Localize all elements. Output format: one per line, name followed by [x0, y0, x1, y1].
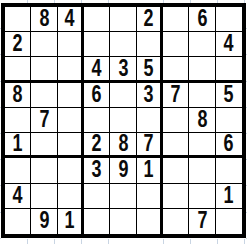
cell-r5c7[interactable] [163, 108, 189, 133]
cell-r2c4[interactable] [84, 32, 110, 57]
cell-r8c1[interactable]: 4 [5, 184, 31, 209]
cell-r4c3[interactable] [58, 83, 84, 108]
cell-r5c9[interactable] [216, 108, 242, 133]
cell-r6c7[interactable] [163, 133, 189, 158]
sudoku-screenshot: 84262443586375781287639141917 [0, 0, 247, 244]
cell-r6c6[interactable]: 7 [137, 133, 163, 158]
cell-r9c8[interactable]: 7 [189, 209, 215, 234]
given-digit: 1 [224, 184, 234, 208]
cell-r1c7[interactable] [163, 7, 189, 32]
cell-r2c3[interactable] [58, 32, 84, 57]
cell-r9c5[interactable] [110, 209, 136, 234]
cell-r8c2[interactable] [31, 184, 57, 209]
cell-r5c6[interactable] [137, 108, 163, 133]
given-digit: 8 [118, 133, 128, 156]
sudoku-board: 84262443586375781287639141917 [1, 3, 246, 238]
given-digit: 4 [13, 184, 23, 208]
given-digit: 3 [143, 83, 153, 107]
cell-r4c5[interactable] [110, 83, 136, 108]
cell-r4c8[interactable] [189, 83, 215, 108]
cell-r8c3[interactable] [58, 184, 84, 209]
given-digit: 4 [92, 57, 102, 80]
cell-r3c2[interactable] [31, 57, 57, 82]
cell-r2c9[interactable]: 4 [216, 32, 242, 57]
cell-r2c2[interactable] [31, 32, 57, 57]
cell-r5c1[interactable] [5, 108, 31, 133]
given-digit: 7 [171, 83, 181, 107]
cell-r6c1[interactable]: 1 [5, 133, 31, 158]
cell-r1c3[interactable]: 4 [58, 7, 84, 32]
cell-r4c2[interactable] [31, 83, 57, 108]
given-digit: 3 [92, 158, 102, 182]
cell-r3c5[interactable]: 3 [110, 57, 136, 82]
given-digit: 2 [143, 7, 153, 31]
cell-r1c1[interactable] [5, 7, 31, 32]
cell-r7c9[interactable] [216, 158, 242, 183]
given-digit: 5 [224, 83, 234, 107]
cell-r9c6[interactable] [137, 209, 163, 234]
cell-r4c6[interactable]: 3 [137, 83, 163, 108]
cell-r3c3[interactable] [58, 57, 84, 82]
cell-r9c1[interactable] [5, 209, 31, 234]
cell-r3c9[interactable] [216, 57, 242, 82]
cell-r3c6[interactable]: 5 [137, 57, 163, 82]
cell-r4c1[interactable]: 8 [5, 83, 31, 108]
cell-r7c5[interactable]: 9 [110, 158, 136, 183]
cell-r4c9[interactable]: 5 [216, 83, 242, 108]
given-digit: 8 [197, 108, 207, 132]
cell-r4c4[interactable]: 6 [84, 83, 110, 108]
cell-r5c5[interactable] [110, 108, 136, 133]
given-digit: 1 [13, 133, 23, 156]
cell-r8c9[interactable]: 1 [216, 184, 242, 209]
given-digit: 1 [143, 158, 153, 182]
cell-r9c3[interactable]: 1 [58, 209, 84, 234]
cell-r6c9[interactable]: 6 [216, 133, 242, 158]
cell-r3c8[interactable] [189, 57, 215, 82]
cell-r9c7[interactable] [163, 209, 189, 234]
given-digit: 3 [118, 57, 128, 80]
cell-r7c7[interactable] [163, 158, 189, 183]
cell-r1c2[interactable]: 8 [31, 7, 57, 32]
cell-r5c3[interactable] [58, 108, 84, 133]
given-digit: 7 [197, 209, 207, 233]
cell-r4c7[interactable]: 7 [163, 83, 189, 108]
cell-r9c4[interactable] [84, 209, 110, 234]
given-digit: 9 [39, 209, 49, 233]
cell-r6c3[interactable] [58, 133, 84, 158]
spreadsheet-gridline-stubs-bottom [1, 239, 247, 244]
cell-r6c5[interactable]: 8 [110, 133, 136, 158]
cell-r8c6[interactable] [137, 184, 163, 209]
cell-r2c8[interactable] [189, 32, 215, 57]
given-digit: 8 [39, 7, 49, 31]
given-digit: 2 [92, 133, 102, 156]
cell-r7c4[interactable]: 3 [84, 158, 110, 183]
cell-r7c8[interactable] [189, 158, 215, 183]
cell-r1c6[interactable]: 2 [137, 7, 163, 32]
cell-r8c8[interactable] [189, 184, 215, 209]
given-digit: 1 [64, 209, 74, 233]
spreadsheet-gridline-stubs-right [246, 3, 247, 239]
cell-r1c5[interactable] [110, 7, 136, 32]
cell-r7c3[interactable] [58, 158, 84, 183]
given-digit: 4 [64, 7, 74, 31]
given-digit: 7 [39, 108, 49, 132]
cell-r7c6[interactable]: 1 [137, 158, 163, 183]
cell-r6c2[interactable] [31, 133, 57, 158]
cell-r6c8[interactable] [189, 133, 215, 158]
cell-r3c4[interactable]: 4 [84, 57, 110, 82]
cell-r9c9[interactable] [216, 209, 242, 234]
given-digit: 4 [224, 32, 234, 56]
given-digit: 5 [143, 57, 153, 80]
cell-r2c1[interactable]: 2 [5, 32, 31, 57]
given-digit: 6 [92, 83, 102, 107]
cell-r2c7[interactable] [163, 32, 189, 57]
cell-r7c1[interactable] [5, 158, 31, 183]
cell-r6c4[interactable]: 2 [84, 133, 110, 158]
cell-r5c8[interactable]: 8 [189, 108, 215, 133]
cell-r2c6[interactable] [137, 32, 163, 57]
given-digit: 2 [13, 32, 23, 56]
cell-r1c9[interactable] [216, 7, 242, 32]
cell-r2c5[interactable] [110, 32, 136, 57]
given-digit: 6 [197, 7, 207, 31]
given-digit: 9 [118, 158, 128, 182]
cell-r3c7[interactable] [163, 57, 189, 82]
cell-r1c8[interactable]: 6 [189, 7, 215, 32]
given-digit: 7 [143, 133, 153, 156]
cell-r1c4[interactable] [84, 7, 110, 32]
cell-r5c2[interactable]: 7 [31, 108, 57, 133]
cell-r3c1[interactable] [5, 57, 31, 82]
cell-r7c2[interactable] [31, 158, 57, 183]
cell-r8c5[interactable] [110, 184, 136, 209]
given-digit: 8 [13, 83, 23, 107]
cell-r9c2[interactable]: 9 [31, 209, 57, 234]
given-digit: 6 [224, 133, 234, 156]
cell-r5c4[interactable] [84, 108, 110, 133]
cell-r8c7[interactable] [163, 184, 189, 209]
cell-r8c4[interactable] [84, 184, 110, 209]
